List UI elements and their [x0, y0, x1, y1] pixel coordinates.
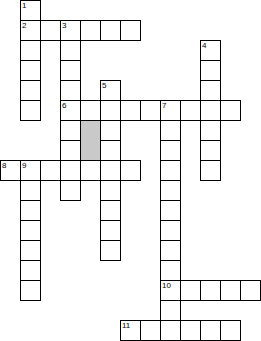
cell-r8c3[interactable] [60, 160, 81, 181]
cell-r14c1[interactable] [20, 280, 41, 301]
cell-r8c8[interactable] [160, 160, 181, 181]
cell-r7c3[interactable] [60, 140, 81, 161]
cell-r14c11[interactable] [220, 280, 241, 301]
cell-r1c5[interactable] [100, 20, 121, 41]
cell-r4c3[interactable] [60, 80, 81, 101]
cell-r2c1[interactable] [20, 40, 41, 61]
cell-r16c9[interactable] [180, 320, 201, 341]
cell-r10c5[interactable] [100, 200, 121, 221]
cell-r8c10[interactable] [200, 160, 221, 181]
cell-r12c5[interactable] [100, 240, 121, 261]
cell-r14c8[interactable] [160, 280, 181, 301]
cell-r14c9[interactable] [180, 280, 201, 301]
cell-r8c2[interactable] [40, 160, 61, 181]
cell-r2c10[interactable] [200, 40, 221, 61]
cell-r5c3[interactable] [60, 100, 81, 121]
cell-r5c9[interactable] [180, 100, 201, 121]
cell-r10c1[interactable] [20, 200, 41, 221]
cell-r1c6[interactable] [120, 20, 141, 41]
cell-r4c10[interactable] [200, 80, 221, 101]
cell-r1c2[interactable] [40, 20, 61, 41]
cell-r1c4[interactable] [80, 20, 101, 41]
cell-r16c10[interactable] [200, 320, 221, 341]
cell-r14c10[interactable] [200, 280, 221, 301]
cell-r15c8[interactable] [160, 300, 181, 321]
cell-r5c5[interactable] [100, 100, 121, 121]
cell-r11c8[interactable] [160, 220, 181, 241]
cell-r13c1[interactable] [20, 260, 41, 281]
cell-r1c1[interactable] [20, 20, 41, 41]
cell-r12c1[interactable] [20, 240, 41, 261]
cell-r13c8[interactable] [160, 260, 181, 281]
cell-r5c10[interactable] [200, 100, 221, 121]
cell-r8c6[interactable] [120, 160, 141, 181]
cell-r8c4[interactable] [80, 160, 101, 181]
cell-r11c5[interactable] [100, 220, 121, 241]
cell-r11c1[interactable] [20, 220, 41, 241]
cell-r5c8[interactable] [160, 100, 181, 121]
cell-r6c5[interactable] [100, 120, 121, 141]
cell-r3c1[interactable] [20, 60, 41, 81]
cell-r6c10[interactable] [200, 120, 221, 141]
cell-r7c8[interactable] [160, 140, 181, 161]
cell-r4c1[interactable] [20, 80, 41, 101]
cell-r4c5[interactable] [100, 80, 121, 101]
cell-r0c1[interactable] [20, 0, 41, 21]
cell-r16c8[interactable] [160, 320, 181, 341]
cell-r14c12[interactable] [240, 280, 261, 301]
cell-r5c1[interactable] [20, 100, 41, 121]
cell-r16c7[interactable] [140, 320, 161, 341]
cell-r10c8[interactable] [160, 200, 181, 221]
cell-r9c8[interactable] [160, 180, 181, 201]
cell-r3c10[interactable] [200, 60, 221, 81]
cell-r16c11[interactable] [220, 320, 241, 341]
cell-r9c5[interactable] [100, 180, 121, 201]
cell-r16c6[interactable] [120, 320, 141, 341]
cell-r2c3[interactable] [60, 40, 81, 61]
cell-r1c3[interactable] [60, 20, 81, 41]
cell-r3c3[interactable] [60, 60, 81, 81]
cell-r5c7[interactable] [140, 100, 161, 121]
blocked-cell [80, 120, 101, 161]
crossword-board: 1234567891011 [0, 0, 261, 341]
cell-r5c6[interactable] [120, 100, 141, 121]
cell-r5c11[interactable] [220, 100, 241, 121]
cell-r8c0[interactable] [0, 160, 21, 181]
cell-r12c8[interactable] [160, 240, 181, 261]
cell-r6c8[interactable] [160, 120, 181, 141]
cell-r7c5[interactable] [100, 140, 121, 161]
cell-r7c10[interactable] [200, 140, 221, 161]
cell-r6c3[interactable] [60, 120, 81, 141]
cell-r9c1[interactable] [20, 180, 41, 201]
cell-r5c4[interactable] [80, 100, 101, 121]
cell-r9c3[interactable] [60, 180, 81, 201]
cell-r8c1[interactable] [20, 160, 41, 181]
cell-r8c5[interactable] [100, 160, 121, 181]
